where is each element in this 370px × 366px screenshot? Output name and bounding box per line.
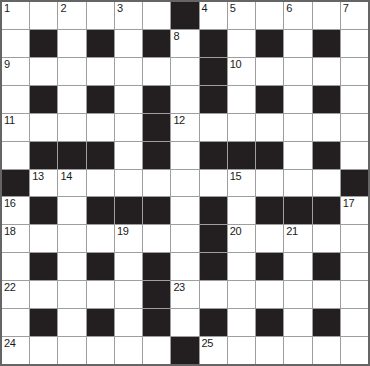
white-cell-r4c13[interactable] (341, 86, 368, 113)
white-cell-r3c3[interactable] (58, 58, 85, 85)
white-cell-r4c3[interactable] (58, 86, 85, 113)
white-cell-r13c11[interactable] (284, 337, 311, 364)
white-cell-r10c13[interactable] (341, 253, 368, 280)
white-cell-r9c13[interactable] (341, 225, 368, 252)
white-cell-r11c3[interactable] (58, 281, 85, 308)
white-cell-r11c1[interactable]: 22 (2, 281, 29, 308)
black-cell-r6c9 (228, 142, 255, 169)
black-cell-r6c8 (200, 142, 227, 169)
white-cell-r4c9[interactable] (228, 86, 255, 113)
white-cell-r7c8[interactable] (200, 170, 227, 197)
white-cell-r12c7[interactable] (171, 309, 198, 336)
white-cell-r1c1[interactable]: 1 (2, 2, 29, 29)
white-cell-r1c3[interactable]: 2 (58, 2, 85, 29)
white-cell-r1c6[interactable] (143, 2, 170, 29)
black-cell-r3c8 (200, 58, 227, 85)
white-cell-r5c9[interactable] (228, 114, 255, 141)
white-cell-r7c5[interactable] (115, 170, 142, 197)
black-cell-r12c2 (30, 309, 57, 336)
black-cell-r8c4 (87, 197, 114, 224)
white-cell-r13c1[interactable]: 24 (2, 337, 29, 364)
white-cell-r3c7[interactable] (171, 58, 198, 85)
black-cell-r12c6 (143, 309, 170, 336)
white-cell-r5c2[interactable] (30, 114, 57, 141)
white-cell-r1c4[interactable] (87, 2, 114, 29)
white-cell-r3c5[interactable] (115, 58, 142, 85)
white-cell-r3c9[interactable]: 10 (228, 58, 255, 85)
white-cell-r2c1[interactable] (2, 30, 29, 57)
black-cell-r2c2 (30, 30, 57, 57)
black-cell-r4c8 (200, 86, 227, 113)
black-cell-r10c8 (200, 253, 227, 280)
white-cell-r8c13[interactable]: 17 (341, 197, 368, 224)
white-cell-r10c9[interactable] (228, 253, 255, 280)
clue-number-24: 24 (4, 337, 15, 350)
clue-number-4: 4 (202, 2, 208, 15)
white-cell-r5c10[interactable] (256, 114, 283, 141)
white-cell-r13c10[interactable] (256, 337, 283, 364)
white-cell-r5c4[interactable] (87, 114, 114, 141)
white-cell-r13c12[interactable] (313, 337, 340, 364)
white-cell-r4c11[interactable] (284, 86, 311, 113)
white-cell-r13c5[interactable] (115, 337, 142, 364)
white-cell-r3c12[interactable] (313, 58, 340, 85)
white-cell-r5c12[interactable] (313, 114, 340, 141)
black-cell-r2c12 (313, 30, 340, 57)
white-cell-r11c7[interactable]: 23 (171, 281, 198, 308)
black-cell-r4c4 (87, 86, 114, 113)
white-cell-r12c13[interactable] (341, 309, 368, 336)
crossword-grid: 1234567891011121314151617181920212223242… (0, 0, 370, 366)
white-cell-r3c10[interactable] (256, 58, 283, 85)
white-cell-r13c3[interactable] (58, 337, 85, 364)
black-cell-r8c10 (256, 197, 283, 224)
clue-number-21: 21 (286, 225, 297, 238)
clue-number-2: 2 (60, 2, 66, 15)
white-cell-r2c7[interactable]: 8 (171, 30, 198, 57)
black-cell-r7c13 (341, 170, 368, 197)
white-cell-r8c7[interactable] (171, 197, 198, 224)
white-cell-r2c3[interactable] (58, 30, 85, 57)
white-cell-r4c7[interactable] (171, 86, 198, 113)
black-cell-r11c6 (143, 281, 170, 308)
white-cell-r12c9[interactable] (228, 309, 255, 336)
crossword-page: 1234567891011121314151617181920212223242… (0, 0, 370, 366)
white-cell-r11c2[interactable] (30, 281, 57, 308)
white-cell-r6c11[interactable] (284, 142, 311, 169)
white-cell-r9c3[interactable] (58, 225, 85, 252)
white-cell-r3c6[interactable] (143, 58, 170, 85)
white-cell-r11c13[interactable] (341, 281, 368, 308)
black-cell-r2c10 (256, 30, 283, 57)
white-cell-r9c6[interactable] (143, 225, 170, 252)
white-cell-r11c5[interactable] (115, 281, 142, 308)
clue-number-22: 22 (4, 281, 15, 294)
black-cell-r8c5 (115, 197, 142, 224)
white-cell-r12c1[interactable] (2, 309, 29, 336)
white-cell-r2c9[interactable] (228, 30, 255, 57)
white-cell-r7c6[interactable] (143, 170, 170, 197)
white-cell-r9c11[interactable]: 21 (284, 225, 311, 252)
black-cell-r2c6 (143, 30, 170, 57)
white-cell-r7c9[interactable]: 15 (228, 170, 255, 197)
white-cell-r1c12[interactable] (313, 2, 340, 29)
white-cell-r7c4[interactable] (87, 170, 114, 197)
black-cell-r8c6 (143, 197, 170, 224)
white-cell-r3c11[interactable] (284, 58, 311, 85)
clue-number-3: 3 (117, 2, 123, 15)
white-cell-r2c11[interactable] (284, 30, 311, 57)
white-cell-r5c5[interactable] (115, 114, 142, 141)
clue-number-12: 12 (173, 114, 184, 127)
black-cell-r6c3 (58, 142, 85, 169)
white-cell-r13c6[interactable] (143, 337, 170, 364)
black-cell-r6c6 (143, 142, 170, 169)
white-cell-r1c13[interactable]: 7 (341, 2, 368, 29)
black-cell-r10c12 (313, 253, 340, 280)
white-cell-r1c9[interactable]: 5 (228, 2, 255, 29)
white-cell-r9c9[interactable]: 20 (228, 225, 255, 252)
black-cell-r4c6 (143, 86, 170, 113)
black-cell-r12c12 (313, 309, 340, 336)
white-cell-r7c3[interactable]: 14 (58, 170, 85, 197)
white-cell-r3c2[interactable] (30, 58, 57, 85)
clue-number-11: 11 (4, 114, 15, 127)
white-cell-r1c8[interactable]: 4 (200, 2, 227, 29)
black-cell-r2c8 (200, 30, 227, 57)
clue-number-13: 13 (32, 170, 43, 183)
clue-number-9: 9 (4, 58, 10, 71)
white-cell-r10c11[interactable] (284, 253, 311, 280)
clue-number-10: 10 (230, 58, 241, 71)
clue-number-19: 19 (117, 225, 128, 238)
white-cell-r13c2[interactable] (30, 337, 57, 364)
white-cell-r7c12[interactable] (313, 170, 340, 197)
black-cell-r13c7 (171, 337, 198, 364)
white-cell-r6c7[interactable] (171, 142, 198, 169)
white-cell-r13c13[interactable] (341, 337, 368, 364)
white-cell-r10c1[interactable] (2, 253, 29, 280)
white-cell-r5c3[interactable] (58, 114, 85, 141)
white-cell-r12c3[interactable] (58, 309, 85, 336)
black-cell-r12c10 (256, 309, 283, 336)
black-cell-r6c2 (30, 142, 57, 169)
black-cell-r12c4 (87, 309, 114, 336)
black-cell-r1c7 (171, 2, 198, 29)
white-cell-r7c10[interactable] (256, 170, 283, 197)
white-cell-r3c1[interactable]: 9 (2, 58, 29, 85)
white-cell-r7c2[interactable]: 13 (30, 170, 57, 197)
white-cell-r9c1[interactable]: 18 (2, 225, 29, 252)
black-cell-r10c6 (143, 253, 170, 280)
white-cell-r12c11[interactable] (284, 309, 311, 336)
white-cell-r9c7[interactable] (171, 225, 198, 252)
black-cell-r10c4 (87, 253, 114, 280)
white-cell-r3c13[interactable] (341, 58, 368, 85)
white-cell-r1c2[interactable] (30, 2, 57, 29)
white-cell-r5c11[interactable] (284, 114, 311, 141)
white-cell-r13c4[interactable] (87, 337, 114, 364)
white-cell-r4c5[interactable] (115, 86, 142, 113)
white-cell-r10c7[interactable] (171, 253, 198, 280)
black-cell-r8c2 (30, 197, 57, 224)
clue-number-20: 20 (230, 225, 241, 238)
white-cell-r6c13[interactable] (341, 142, 368, 169)
white-cell-r11c4[interactable] (87, 281, 114, 308)
black-cell-r8c12 (313, 197, 340, 224)
white-cell-r2c5[interactable] (115, 30, 142, 57)
white-cell-r10c5[interactable] (115, 253, 142, 280)
clue-number-6: 6 (286, 2, 292, 15)
white-cell-r9c4[interactable] (87, 225, 114, 252)
white-cell-r11c11[interactable] (284, 281, 311, 308)
white-cell-r5c13[interactable] (341, 114, 368, 141)
white-cell-r11c12[interactable] (313, 281, 340, 308)
black-cell-r8c11 (284, 197, 311, 224)
white-cell-r5c1[interactable]: 11 (2, 114, 29, 141)
clue-number-5: 5 (230, 2, 236, 15)
clue-number-17: 17 (343, 197, 354, 210)
white-cell-r6c5[interactable] (115, 142, 142, 169)
white-cell-r13c9[interactable] (228, 337, 255, 364)
white-cell-r9c12[interactable] (313, 225, 340, 252)
black-cell-r8c8 (200, 197, 227, 224)
white-cell-r5c8[interactable] (200, 114, 227, 141)
black-cell-r10c10 (256, 253, 283, 280)
white-cell-r1c10[interactable] (256, 2, 283, 29)
clue-number-15: 15 (230, 170, 241, 183)
black-cell-r4c2 (30, 86, 57, 113)
white-cell-r6c1[interactable] (2, 142, 29, 169)
white-cell-r7c7[interactable] (171, 170, 198, 197)
white-cell-r13c8[interactable]: 25 (200, 337, 227, 364)
clue-number-18: 18 (4, 225, 15, 238)
black-cell-r5c6 (143, 114, 170, 141)
white-cell-r11c10[interactable] (256, 281, 283, 308)
clue-number-7: 7 (343, 2, 349, 15)
black-cell-r6c10 (256, 142, 283, 169)
white-cell-r10c3[interactable] (58, 253, 85, 280)
white-cell-r8c9[interactable] (228, 197, 255, 224)
clue-number-8: 8 (173, 30, 179, 43)
white-cell-r11c8[interactable] (200, 281, 227, 308)
white-cell-r8c3[interactable] (58, 197, 85, 224)
clue-number-23: 23 (173, 281, 184, 294)
black-cell-r7c1 (2, 170, 29, 197)
white-cell-r5c7[interactable]: 12 (171, 114, 198, 141)
black-cell-r2c4 (87, 30, 114, 57)
white-cell-r9c5[interactable]: 19 (115, 225, 142, 252)
white-cell-r9c10[interactable] (256, 225, 283, 252)
black-cell-r12c8 (200, 309, 227, 336)
black-cell-r9c8 (200, 225, 227, 252)
black-cell-r6c12 (313, 142, 340, 169)
white-cell-r9c2[interactable] (30, 225, 57, 252)
clue-number-16: 16 (4, 197, 15, 210)
black-cell-r4c10 (256, 86, 283, 113)
white-cell-r1c11[interactable]: 6 (284, 2, 311, 29)
white-cell-r7c11[interactable] (284, 170, 311, 197)
white-cell-r3c4[interactable] (87, 58, 114, 85)
white-cell-r11c9[interactable] (228, 281, 255, 308)
white-cell-r2c13[interactable] (341, 30, 368, 57)
clue-number-14: 14 (60, 170, 71, 183)
white-cell-r12c5[interactable] (115, 309, 142, 336)
clue-number-25: 25 (202, 337, 213, 350)
clue-number-1: 1 (4, 2, 10, 15)
black-cell-r10c2 (30, 253, 57, 280)
black-cell-r6c4 (87, 142, 114, 169)
white-cell-r4c1[interactable] (2, 86, 29, 113)
black-cell-r4c12 (313, 86, 340, 113)
white-cell-r8c1[interactable]: 16 (2, 197, 29, 224)
white-cell-r1c5[interactable]: 3 (115, 2, 142, 29)
